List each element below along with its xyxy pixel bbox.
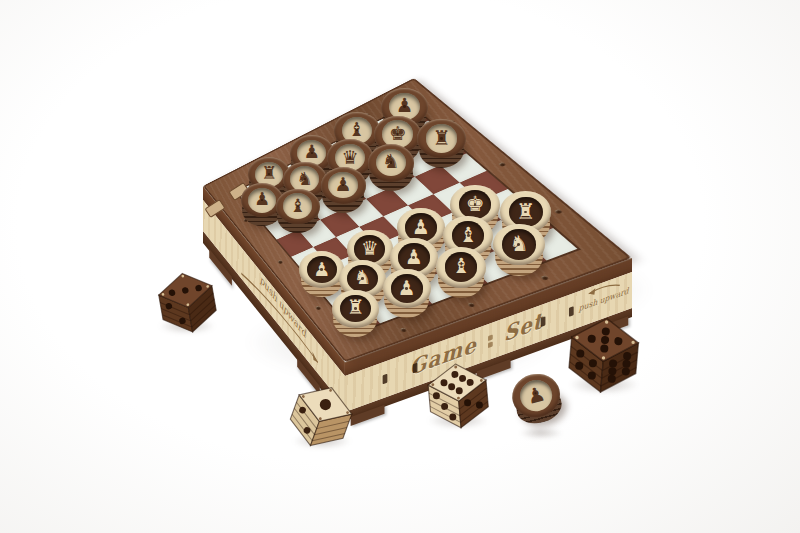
piece-light-pawn[interactable]: ♟ — [383, 269, 431, 319]
piece-screw — [354, 307, 357, 309]
frame-screw — [400, 327, 408, 332]
frame-screw — [467, 302, 475, 307]
piece-light-bishop[interactable]: ♝ — [436, 247, 486, 299]
frame-screw — [554, 209, 563, 214]
frame-screw — [498, 162, 506, 167]
piece-screw — [419, 226, 422, 229]
panel-slot — [383, 374, 388, 385]
wooden-left-die[interactable] — [133, 246, 241, 354]
piece-screw — [311, 152, 314, 154]
piece-screw — [361, 277, 364, 279]
piece-screw — [467, 234, 470, 237]
frame-screw — [277, 260, 283, 264]
piece-light-knight[interactable]: ♞ — [493, 224, 544, 277]
piece-screw — [460, 266, 463, 269]
piece-light-rook[interactable]: ♜ — [332, 290, 379, 339]
frame-screw — [315, 306, 322, 311]
product-photo-scene: push upward GameSet — [0, 0, 800, 533]
piece-dark-knight[interactable]: ♞ — [368, 144, 415, 193]
piece-screw — [403, 105, 406, 107]
piece-dark-bishop[interactable]: ♝ — [276, 189, 320, 235]
piece-screw — [390, 161, 393, 163]
piece-screw — [440, 137, 443, 140]
piece-screw — [405, 287, 408, 290]
piece-dark-rook[interactable]: ♜ — [417, 119, 465, 169]
piece-screw — [349, 156, 352, 158]
wooden-front-middle-die[interactable] — [400, 335, 516, 451]
piece-dark-pawn[interactable]: ♟ — [321, 167, 366, 214]
piece-screw — [320, 268, 323, 270]
wooden-front-left-die[interactable] — [266, 358, 378, 470]
